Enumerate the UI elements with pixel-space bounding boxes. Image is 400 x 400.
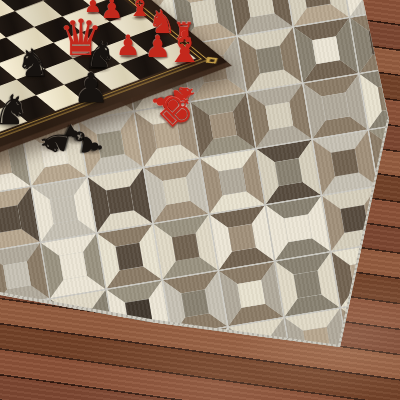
black-knight[interactable]: ♞ bbox=[0, 90, 29, 131]
red-pawn[interactable]: ♟ bbox=[115, 32, 140, 60]
pieces-layer: ♟♟♝♞♜♛♟♟♝♞♞♟♞♞♟♚♝♞♟ bbox=[0, 0, 400, 400]
scene: Overhead photo of a dark wooden chess bo… bbox=[0, 0, 400, 400]
black-knight[interactable]: ♞ bbox=[16, 44, 50, 82]
black-pawn[interactable]: ♟ bbox=[73, 68, 110, 109]
red-pawn[interactable]: ♟ bbox=[100, 0, 123, 22]
black-pawn-lying[interactable]: ♟ bbox=[77, 132, 107, 159]
red-bishop[interactable]: ♝ bbox=[166, 26, 205, 69]
